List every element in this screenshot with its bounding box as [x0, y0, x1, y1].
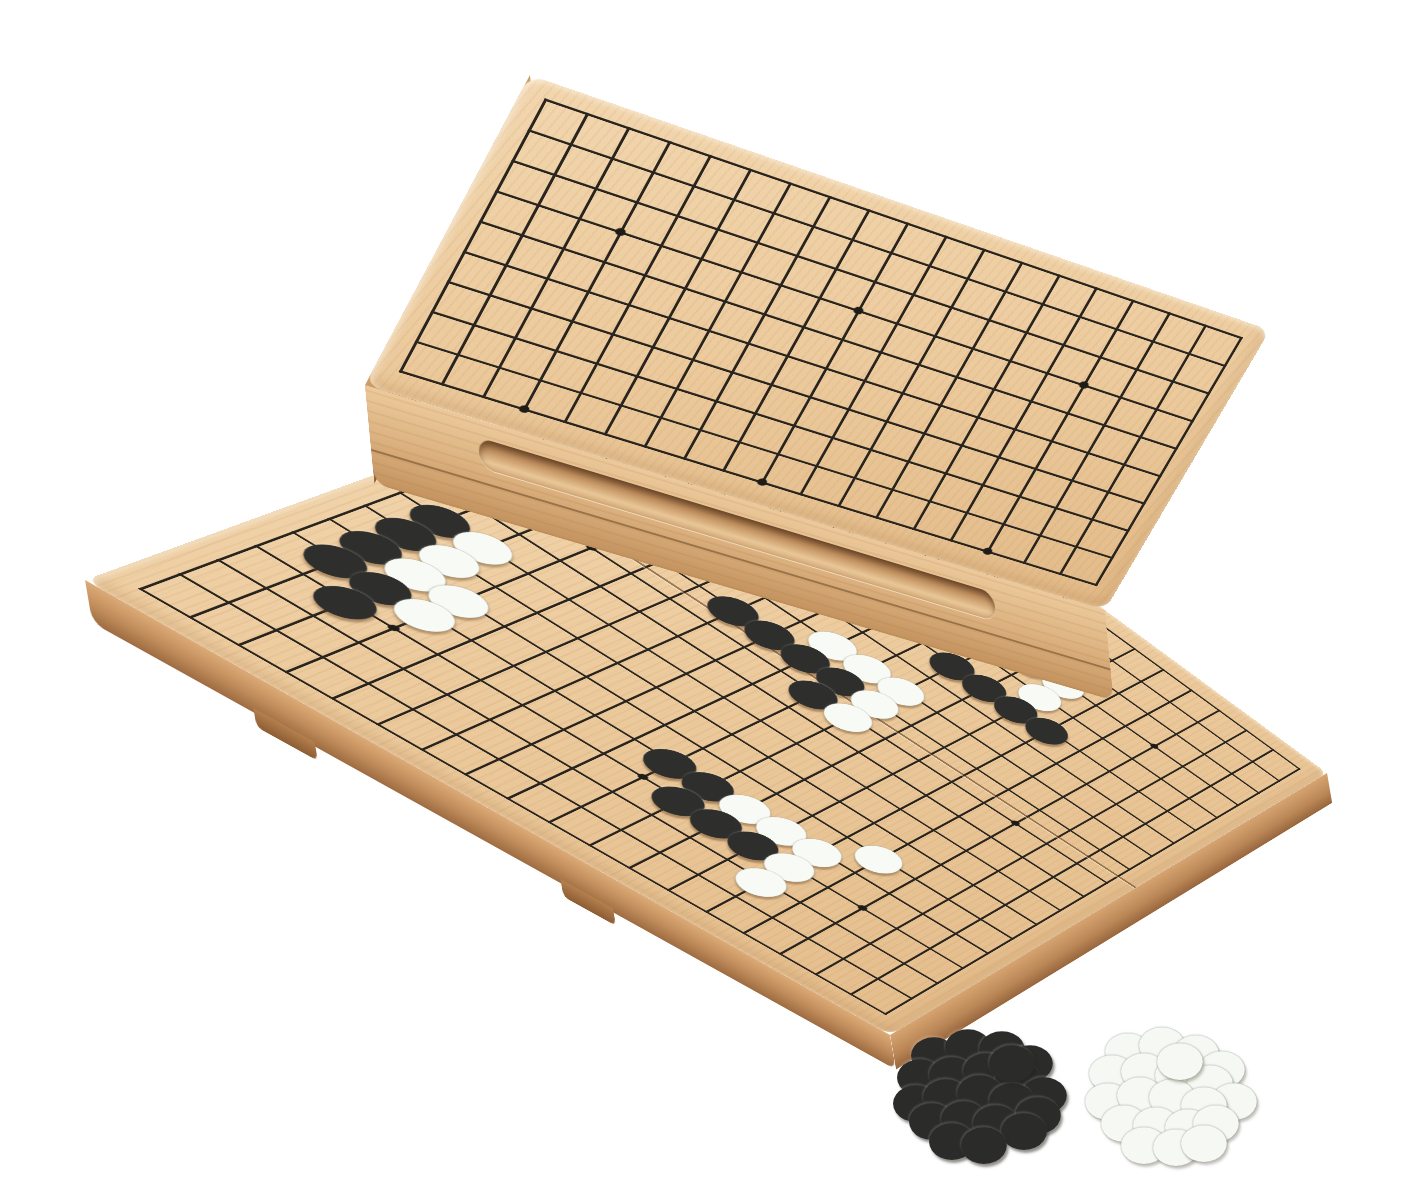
grid-line-vertical	[883, 768, 1300, 1015]
white-stone[interactable]: ●	[851, 840, 911, 875]
white-stone[interactable]: ●	[820, 698, 881, 734]
star-point	[756, 477, 769, 487]
grid-line-horizontal	[494, 189, 1194, 422]
star-point	[517, 404, 530, 414]
product-photo-stage: ●●●●●●●●●●●●●●●●●●●●●●●●●●●●●●●●●●●●●●●●…	[0, 0, 1412, 1200]
grid-line-horizontal	[527, 128, 1227, 366]
grid-line-horizontal	[511, 159, 1211, 395]
board-foot	[253, 708, 318, 761]
white-pile-stone[interactable]: ●	[1157, 1039, 1203, 1076]
white-stone[interactable]: ●	[731, 863, 796, 899]
grid-line-horizontal	[478, 220, 1178, 450]
grid-line-horizontal	[462, 250, 1162, 477]
grid-line-horizontal	[543, 98, 1243, 339]
black-stone[interactable]: ●	[1022, 713, 1076, 747]
white-pile-stone[interactable]: ●	[1181, 1121, 1227, 1158]
black-pile-stone[interactable]: ●	[989, 1041, 1035, 1078]
black-pile-stone[interactable]: ●	[961, 1123, 1007, 1160]
board-foot	[560, 879, 616, 926]
star-point	[981, 547, 993, 556]
